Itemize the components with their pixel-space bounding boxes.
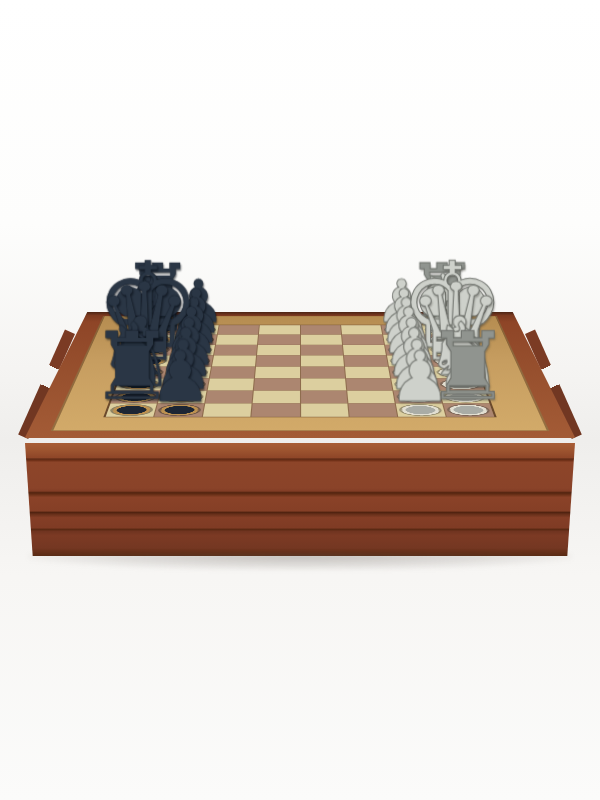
square-a2: ♟ <box>396 403 446 416</box>
square-h7: ♟ <box>177 325 219 334</box>
square-d1: ♛ <box>433 367 480 378</box>
square-c6 <box>208 378 254 390</box>
square-b5 <box>253 391 299 404</box>
square-h3 <box>341 325 382 334</box>
box-front-drawers <box>25 443 575 556</box>
square-g7: ♟ <box>174 335 217 345</box>
piece-white-pawn-h2: ♟ <box>375 275 428 329</box>
square-d7: ♟ <box>165 367 211 378</box>
scene: ♜♟♟♜♞♟♟♞♝♟♟♝♚♟♟♚♛♟♟♛♝♟♟♝♞♟♟♞♜♟♟♜ <box>0 0 600 800</box>
floor-shadow <box>28 554 572 570</box>
square-a7: ♟ <box>154 403 204 416</box>
square-g6 <box>216 335 258 345</box>
piece-black-rook-h8: ♜ <box>122 257 193 330</box>
square-f6 <box>214 345 257 355</box>
square-c8: ♝ <box>115 378 164 390</box>
square-a3 <box>348 403 397 416</box>
piece-white-rook-h1: ♜ <box>407 257 478 330</box>
square-a4 <box>301 403 349 416</box>
square-f7: ♟ <box>171 345 215 355</box>
square-c5 <box>254 378 299 390</box>
square-d3 <box>345 367 390 378</box>
piece-black-pawn-h7: ♟ <box>172 275 225 329</box>
square-g4 <box>300 335 341 345</box>
square-g2: ♟ <box>383 335 426 345</box>
square-f3 <box>343 345 386 355</box>
square-c4 <box>301 378 346 390</box>
square-h4 <box>300 325 340 334</box>
square-f4 <box>300 345 342 355</box>
square-d2: ♟ <box>389 367 435 378</box>
square-g1: ♞ <box>424 335 468 345</box>
square-f8: ♝ <box>128 345 173 355</box>
square-f1: ♝ <box>427 345 472 355</box>
square-b4 <box>301 391 347 404</box>
square-h6 <box>218 325 259 334</box>
square-c2: ♟ <box>391 378 438 390</box>
square-e8: ♚ <box>124 356 170 367</box>
square-d6 <box>210 367 255 378</box>
square-b8: ♞ <box>111 391 161 404</box>
chess-board: ♜♟♟♜♞♟♟♞♝♟♟♝♚♟♟♚♛♟♟♛♝♟♟♝♞♟♟♞♜♟♟♜ <box>103 325 496 418</box>
square-d8: ♛ <box>120 367 167 378</box>
square-b3 <box>347 391 395 404</box>
square-e5 <box>256 356 299 367</box>
square-b7: ♟ <box>158 391 207 404</box>
square-g5 <box>258 335 299 345</box>
square-d4 <box>301 367 345 378</box>
square-h1: ♜ <box>421 325 464 334</box>
square-b2: ♟ <box>393 391 442 404</box>
square-b6 <box>206 391 254 404</box>
square-f2: ♟ <box>385 345 429 355</box>
square-e7: ♟ <box>168 356 213 367</box>
square-e3 <box>344 356 388 367</box>
square-h5 <box>259 325 299 334</box>
square-c3 <box>346 378 392 390</box>
square-a6 <box>203 403 252 416</box>
square-a8: ♜ <box>106 403 157 416</box>
square-e4 <box>300 356 343 367</box>
square-b1: ♞ <box>439 391 489 404</box>
square-a1: ♜ <box>443 403 494 416</box>
square-g8: ♞ <box>132 335 176 345</box>
square-h8: ♜ <box>136 325 179 334</box>
maple-border: ♜♟♟♜♞♟♟♞♝♟♟♝♚♟♟♚♛♟♟♛♝♟♟♝♞♟♟♞♜♟♟♜ <box>51 316 550 431</box>
square-f5 <box>257 345 299 355</box>
square-h2: ♟ <box>381 325 423 334</box>
square-c1: ♝ <box>436 378 485 390</box>
square-e6 <box>212 356 256 367</box>
square-e2: ♟ <box>387 356 432 367</box>
square-d5 <box>255 367 299 378</box>
square-e1: ♚ <box>430 356 476 367</box>
square-c7: ♟ <box>162 378 209 390</box>
square-g3 <box>342 335 384 345</box>
square-a5 <box>252 403 300 416</box>
board-box-lid-top: ♜♟♟♜♞♟♟♞♝♟♟♝♚♟♟♚♛♟♟♛♝♟♟♝♞♟♟♞♜♟♟♜ <box>25 312 576 438</box>
chess-set-photo: ♜♟♟♜♞♟♟♞♝♟♟♝♚♟♟♚♛♟♟♛♝♟♟♝♞♟♟♞♜♟♟♜ <box>0 0 600 800</box>
